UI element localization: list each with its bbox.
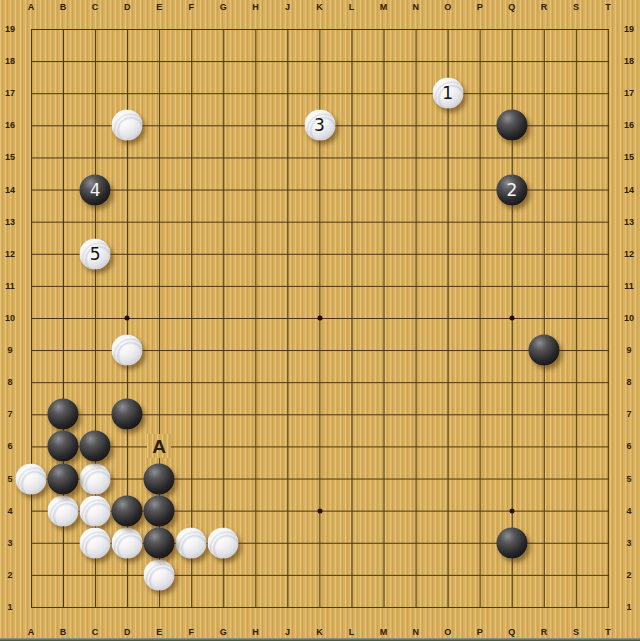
stone-white-D16[interactable] [112, 110, 143, 141]
coord-label-top-Q: Q [508, 3, 515, 12]
stone-black-D7[interactable] [112, 399, 143, 430]
coord-label-left-16: 16 [5, 121, 15, 130]
coord-label-top-M: M [380, 3, 388, 12]
stone-white-C3[interactable] [80, 527, 111, 558]
coord-label-bottom-O: O [444, 628, 451, 637]
coord-label-left-15: 15 [5, 153, 15, 162]
coord-label-left-11: 11 [5, 281, 15, 290]
stone-white-B4[interactable] [48, 495, 79, 526]
coord-label-bottom-N: N [412, 628, 419, 637]
coord-label-bottom-P: P [477, 628, 483, 637]
stone-black-E5[interactable] [144, 463, 175, 494]
coord-label-right-2: 2 [626, 570, 631, 579]
coord-label-right-8: 8 [626, 378, 631, 387]
coord-label-left-13: 13 [5, 217, 15, 226]
coord-label-left-9: 9 [7, 346, 12, 355]
coord-label-top-C: C [92, 3, 99, 12]
stone-black-B5[interactable] [48, 463, 79, 494]
coord-label-bottom-S: S [573, 628, 579, 637]
coord-label-top-G: G [220, 3, 227, 12]
coord-label-bottom-L: L [349, 628, 355, 637]
stone-black-Q3[interactable] [496, 527, 527, 558]
coord-label-top-S: S [573, 3, 579, 12]
stone-white-C5[interactable] [80, 463, 111, 494]
coord-label-left-14: 14 [5, 185, 15, 194]
coord-label-right-11: 11 [624, 281, 634, 290]
coord-label-left-4: 4 [7, 506, 12, 515]
stone-white-D9[interactable] [112, 335, 143, 366]
coord-label-left-10: 10 [5, 313, 15, 322]
coord-label-left-2: 2 [7, 570, 12, 579]
coord-label-right-6: 6 [626, 442, 631, 451]
stone-black-B6[interactable] [48, 431, 79, 462]
coord-label-right-1: 1 [626, 602, 631, 611]
coord-label-top-F: F [189, 3, 195, 12]
coord-label-right-3: 3 [626, 538, 631, 547]
star-point-K10 [317, 315, 322, 320]
stone-white-F3[interactable] [176, 527, 207, 558]
stone-white-O17[interactable]: 1 [432, 78, 463, 109]
annotation-A-E6[interactable]: A [147, 434, 171, 458]
coord-label-right-17: 17 [624, 89, 634, 98]
coord-label-right-9: 9 [626, 346, 631, 355]
coord-label-left-8: 8 [7, 378, 12, 387]
stone-white-D3[interactable] [112, 527, 143, 558]
coord-label-left-18: 18 [5, 57, 15, 66]
stone-black-C6[interactable] [80, 431, 111, 462]
coord-label-bottom-A: A [28, 628, 35, 637]
coord-label-top-E: E [156, 3, 162, 12]
coord-label-bottom-M: M [380, 628, 388, 637]
coord-label-left-3: 3 [7, 538, 12, 547]
stone-black-E3[interactable] [144, 527, 175, 558]
stone-white-E2[interactable] [144, 559, 175, 590]
coord-label-left-6: 6 [7, 442, 12, 451]
coord-label-top-L: L [349, 3, 355, 12]
coord-label-right-10: 10 [624, 313, 634, 322]
coord-label-top-J: J [285, 3, 290, 12]
stone-black-C14[interactable]: 4 [80, 174, 111, 205]
goban[interactable]: AABBCCDDEEFFGGHHJJKKLLMMNNOOPPQQRRSSTT19… [0, 0, 640, 641]
coord-label-right-12: 12 [624, 249, 634, 258]
coord-label-left-12: 12 [5, 249, 15, 258]
coord-label-bottom-K: K [316, 628, 323, 637]
coord-label-top-N: N [412, 3, 419, 12]
stone-black-D4[interactable] [112, 495, 143, 526]
coord-label-bottom-F: F [189, 628, 195, 637]
stone-black-B7[interactable] [48, 399, 79, 430]
coord-label-bottom-G: G [220, 628, 227, 637]
star-point-Q4 [509, 508, 514, 513]
coord-label-left-7: 7 [7, 410, 12, 419]
coord-label-right-16: 16 [624, 121, 634, 130]
stone-black-Q16[interactable] [496, 110, 527, 141]
coord-label-top-K: K [316, 3, 323, 12]
coord-label-bottom-C: C [92, 628, 99, 637]
coord-label-right-13: 13 [624, 217, 634, 226]
star-point-D10 [125, 315, 130, 320]
coord-label-bottom-H: H [252, 628, 259, 637]
coord-label-bottom-T: T [605, 628, 611, 637]
stone-black-R9[interactable] [528, 335, 559, 366]
coord-label-bottom-R: R [541, 628, 548, 637]
coord-label-right-18: 18 [624, 57, 634, 66]
coord-label-top-A: A [28, 3, 35, 12]
coord-label-right-19: 19 [624, 25, 634, 34]
stone-white-G3[interactable] [208, 527, 239, 558]
coord-label-bottom-B: B [60, 628, 67, 637]
coord-label-top-P: P [477, 3, 483, 12]
coord-label-top-O: O [444, 3, 451, 12]
coord-label-left-5: 5 [7, 474, 12, 483]
coord-label-bottom-J: J [285, 628, 290, 637]
stone-black-E4[interactable] [144, 495, 175, 526]
stone-white-C12[interactable]: 5 [80, 238, 111, 269]
coord-label-bottom-Q: Q [508, 628, 515, 637]
coord-label-top-H: H [252, 3, 259, 12]
coord-label-left-1: 1 [7, 602, 12, 611]
star-point-Q10 [509, 315, 514, 320]
coord-label-top-R: R [541, 3, 548, 12]
coord-label-right-4: 4 [626, 506, 631, 515]
coord-label-top-D: D [124, 3, 131, 12]
stone-white-A5[interactable] [16, 463, 47, 494]
coord-label-top-T: T [605, 3, 611, 12]
coord-label-right-15: 15 [624, 153, 634, 162]
stone-white-C4[interactable] [80, 495, 111, 526]
stone-black-Q14[interactable]: 2 [496, 174, 527, 205]
star-point-K4 [317, 508, 322, 513]
coord-label-bottom-D: D [124, 628, 131, 637]
coord-label-left-19: 19 [5, 25, 15, 34]
stone-white-K16[interactable]: 3 [304, 110, 335, 141]
coord-label-right-5: 5 [626, 474, 631, 483]
coord-label-right-14: 14 [624, 185, 634, 194]
coord-label-top-B: B [60, 3, 67, 12]
coord-label-right-7: 7 [626, 410, 631, 419]
coord-label-left-17: 17 [5, 89, 15, 98]
coord-label-bottom-E: E [156, 628, 162, 637]
